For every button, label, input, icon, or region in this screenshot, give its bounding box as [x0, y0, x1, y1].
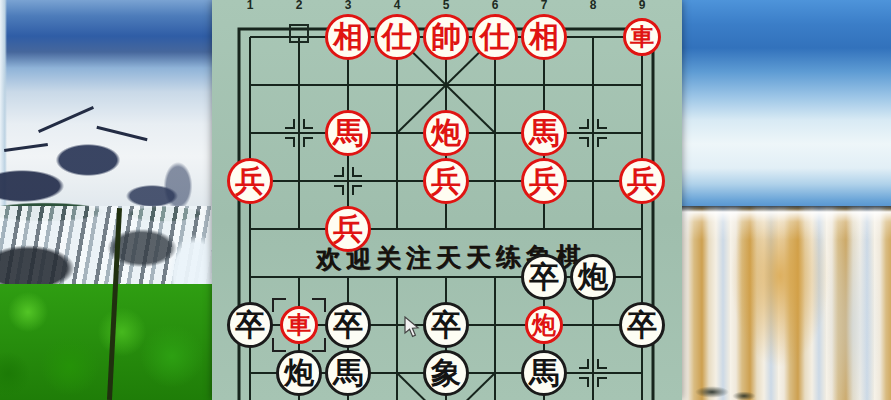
piece-red-馬[interactable]: 馬 — [325, 110, 371, 156]
xiangqi-board[interactable]: 1 2 3 4 5 6 7 8 9 欢迎关注天天练象棋 相仕帥仕相車馬炮馬兵兵兵… — [212, 0, 682, 400]
piece-red-兵[interactable]: 兵 — [521, 158, 567, 204]
background-photo-left — [0, 0, 213, 400]
piece-black-馬[interactable]: 馬 — [325, 350, 371, 396]
mouse-cursor — [404, 316, 420, 338]
piece-black-馬[interactable]: 馬 — [521, 350, 567, 396]
piece-red-兵[interactable]: 兵 — [227, 158, 273, 204]
piece-red-兵[interactable]: 兵 — [325, 206, 371, 252]
piece-red-兵[interactable]: 兵 — [423, 158, 469, 204]
piece-red-相[interactable]: 相 — [521, 14, 567, 60]
background-photo-right — [682, 0, 891, 400]
piece-red-車[interactable]: 車 — [280, 306, 318, 344]
green-foliage — [0, 284, 213, 400]
piece-black-卒[interactable]: 卒 — [521, 254, 567, 300]
piece-red-炮[interactable]: 炮 — [525, 306, 563, 344]
piece-black-卒[interactable]: 卒 — [423, 302, 469, 348]
piece-red-相[interactable]: 相 — [325, 14, 371, 60]
app-window: 1 2 3 4 5 6 7 8 9 欢迎关注天天练象棋 相仕帥仕相車馬炮馬兵兵兵… — [0, 0, 891, 400]
piece-black-炮[interactable]: 炮 — [276, 350, 322, 396]
piece-black-卒[interactable]: 卒 — [227, 302, 273, 348]
piece-red-仕[interactable]: 仕 — [374, 14, 420, 60]
piece-black-卒[interactable]: 卒 — [325, 302, 371, 348]
piece-red-仕[interactable]: 仕 — [472, 14, 518, 60]
piece-red-兵[interactable]: 兵 — [619, 158, 665, 204]
plant-silhouettes — [682, 372, 772, 400]
piece-black-炮[interactable]: 炮 — [570, 254, 616, 300]
piece-red-炮[interactable]: 炮 — [423, 110, 469, 156]
piece-black-象[interactable]: 象 — [423, 350, 469, 396]
piece-red-車[interactable]: 車 — [623, 18, 661, 56]
piece-black-卒[interactable]: 卒 — [619, 302, 665, 348]
pieces-layer: 相仕帥仕相車馬炮馬兵兵兵兵兵卒炮卒車卒卒炮卒炮馬象馬 — [212, 0, 682, 400]
piece-red-帥[interactable]: 帥 — [423, 14, 469, 60]
piece-red-馬[interactable]: 馬 — [521, 110, 567, 156]
golden-waterfall — [682, 206, 891, 400]
